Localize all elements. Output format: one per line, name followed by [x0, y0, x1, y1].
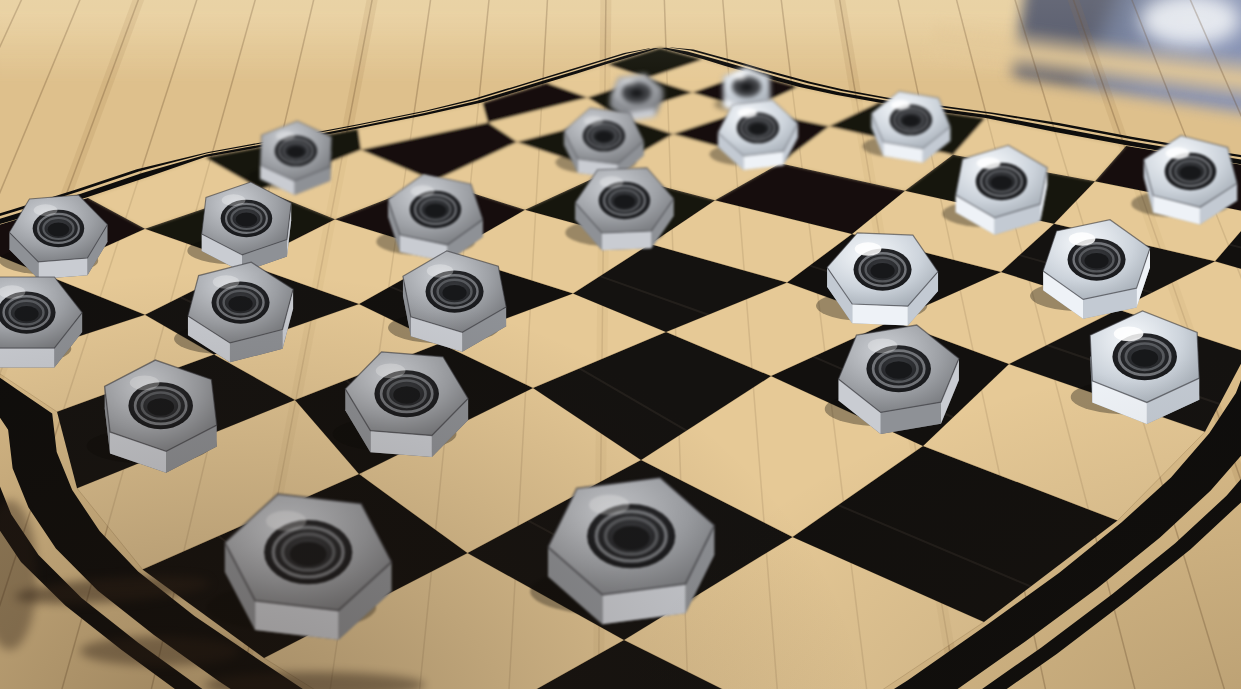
metal-glint: [891, 100, 910, 110]
metal-glint: [427, 264, 454, 277]
hex-nut-piece-steel-a3[interactable]: [198, 442, 418, 662]
hex-nut-piece-zinc-g5[interactable]: [705, 75, 811, 181]
metal-glint: [411, 185, 435, 197]
metal-glint: [266, 511, 306, 531]
hex-nut-piece-steel-d2[interactable]: [818, 288, 979, 449]
metal-glint: [213, 275, 240, 288]
metal-glint: [868, 338, 898, 353]
metal-glint: [33, 204, 57, 216]
hex-nut-piece-steel-b2[interactable]: [521, 426, 741, 646]
metal-glint: [737, 108, 756, 118]
hex-nut-piece-steel-e5[interactable]: [560, 136, 689, 265]
metal-glint: [855, 243, 882, 256]
metal-glint: [222, 195, 246, 207]
hex-nut-piece-zinc-e1[interactable]: [1064, 276, 1225, 437]
metal-glint: [583, 116, 602, 126]
metal-glint: [276, 131, 295, 141]
metal-glint: [589, 495, 629, 515]
metal-glint: [600, 176, 624, 188]
photo-canvas: [0, 0, 1241, 689]
metal-glint: [977, 157, 1001, 169]
metal-glint: [1114, 326, 1144, 341]
metal-glint: [0, 286, 26, 299]
metal-glint: [1069, 232, 1096, 245]
metal-glint: [376, 363, 406, 378]
wood-stain: [80, 636, 240, 666]
metal-glint: [1166, 148, 1190, 160]
metal-glint: [130, 375, 160, 390]
